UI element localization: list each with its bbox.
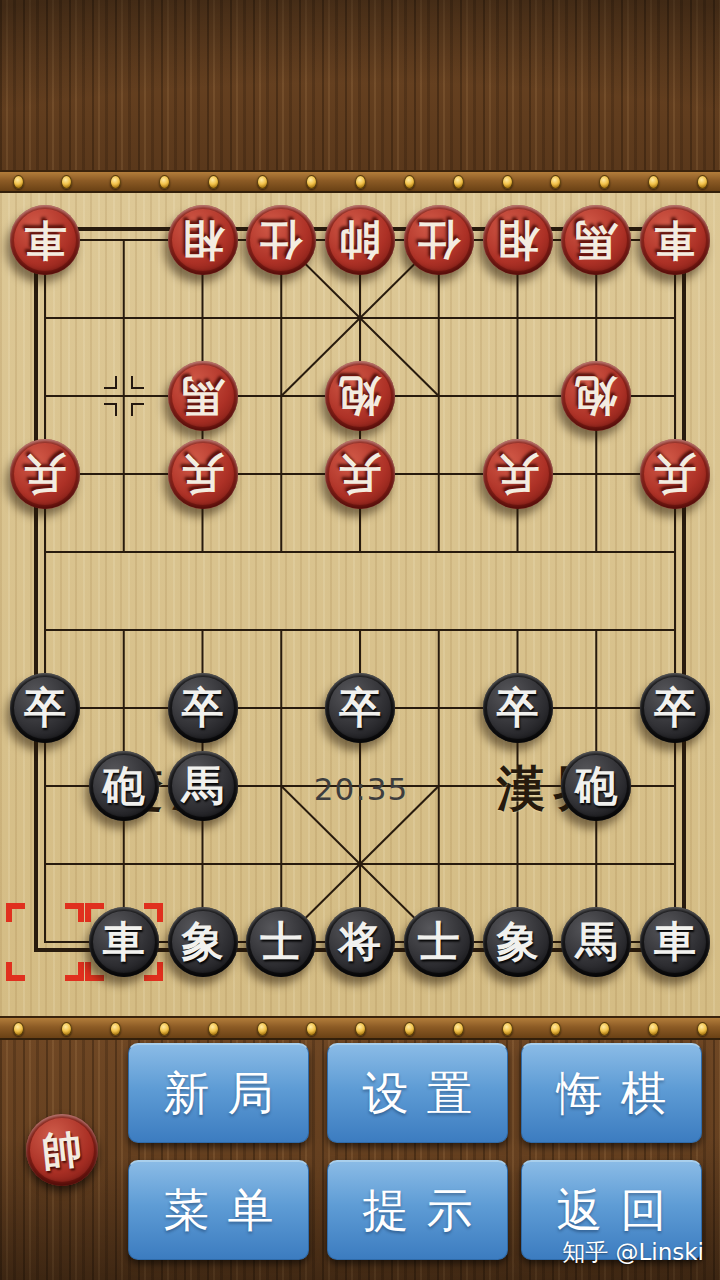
stud-icon <box>13 175 24 189</box>
piece-glyph: 士 <box>260 907 302 977</box>
stud-icon <box>208 1022 219 1036</box>
stud-icon <box>355 175 366 189</box>
piece-glyph: 砲 <box>103 751 145 821</box>
piece-glyph: 砲 <box>575 751 617 821</box>
stud-icon <box>61 1022 72 1036</box>
piece-red-advisor[interactable]: 仕 <box>246 205 316 275</box>
piece-black-horse[interactable]: 馬 <box>561 907 631 977</box>
piece-red-chariot[interactable]: 車 <box>10 205 80 275</box>
button-new-game-label: 新局 <box>146 1063 292 1125</box>
button-undo-label: 悔棋 <box>539 1063 685 1125</box>
red-turn-badge: 帥 <box>26 1114 98 1186</box>
stud-icon <box>159 175 170 189</box>
stud-icon <box>404 1022 415 1036</box>
stud-icon <box>599 175 610 189</box>
stud-icon <box>208 175 219 189</box>
button-settings[interactable]: 设置 <box>327 1043 508 1143</box>
piece-red-elephant[interactable]: 相 <box>168 205 238 275</box>
button-hint-label: 提示 <box>345 1180 491 1242</box>
piece-glyph: 象 <box>497 907 539 977</box>
piece-glyph: 仕 <box>260 205 302 275</box>
stud-icon <box>110 1022 121 1036</box>
piece-glyph: 卒 <box>497 673 539 743</box>
piece-glyph: 車 <box>24 205 66 275</box>
piece-red-horse[interactable]: 馬 <box>168 361 238 431</box>
piece-black-cannon[interactable]: 砲 <box>89 751 159 821</box>
last-move-marker <box>6 903 84 981</box>
button-undo[interactable]: 悔棋 <box>521 1043 702 1143</box>
piece-black-chariot[interactable]: 車 <box>89 907 159 977</box>
watermark: 知乎 @Linski <box>562 1237 704 1268</box>
stud-icon <box>110 175 121 189</box>
piece-glyph: 車 <box>654 205 696 275</box>
piece-glyph: 兵 <box>24 439 66 509</box>
red-general-glyph: 帥 <box>39 1121 85 1180</box>
piece-black-general[interactable]: 将 <box>325 907 395 977</box>
piece-black-pawn[interactable]: 卒 <box>325 673 395 743</box>
piece-black-pawn[interactable]: 卒 <box>483 673 553 743</box>
piece-black-chariot[interactable]: 車 <box>640 907 710 977</box>
button-hint[interactable]: 提示 <box>327 1160 508 1260</box>
piece-red-elephant[interactable]: 相 <box>483 205 553 275</box>
piece-red-pawn[interactable]: 兵 <box>640 439 710 509</box>
piece-glyph: 卒 <box>182 673 224 743</box>
stud-icon <box>697 1022 708 1036</box>
top-trim-strip <box>0 170 720 193</box>
piece-glyph: 相 <box>497 205 539 275</box>
piece-red-pawn[interactable]: 兵 <box>325 439 395 509</box>
piece-red-pawn[interactable]: 兵 <box>10 439 80 509</box>
button-menu-label: 菜单 <box>146 1180 292 1242</box>
piece-glyph: 馬 <box>182 751 224 821</box>
piece-black-pawn[interactable]: 卒 <box>168 673 238 743</box>
xiangqi-board[interactable]: 楚河 20:35 漢界 車相仕帥仕相馬車馬炮炮兵兵兵兵兵卒卒卒卒卒砲馬砲車象士将… <box>0 193 720 1016</box>
xiangqi-app-screen: 楚河 20:35 漢界 車相仕帥仕相馬車馬炮炮兵兵兵兵兵卒卒卒卒卒砲馬砲車象士将… <box>0 0 720 1280</box>
stud-icon <box>550 1022 561 1036</box>
stud-icon <box>306 1022 317 1036</box>
stud-icon <box>159 1022 170 1036</box>
piece-glyph: 卒 <box>24 673 66 743</box>
stud-icon <box>404 175 415 189</box>
piece-glyph: 帥 <box>339 205 381 275</box>
piece-glyph: 相 <box>182 205 224 275</box>
board-point-marker <box>103 375 145 417</box>
piece-glyph: 仕 <box>418 205 460 275</box>
piece-black-advisor[interactable]: 士 <box>246 907 316 977</box>
stud-icon <box>61 175 72 189</box>
stud-icon <box>697 175 708 189</box>
piece-glyph: 士 <box>418 907 460 977</box>
piece-glyph: 車 <box>654 907 696 977</box>
stud-icon <box>648 1022 659 1036</box>
stud-icon <box>550 175 561 189</box>
button-settings-label: 设置 <box>345 1063 491 1125</box>
piece-glyph: 馬 <box>575 907 617 977</box>
piece-black-advisor[interactable]: 士 <box>404 907 474 977</box>
piece-glyph: 炮 <box>339 361 381 431</box>
piece-red-pawn[interactable]: 兵 <box>483 439 553 509</box>
stud-icon <box>453 1022 464 1036</box>
piece-black-elephant[interactable]: 象 <box>483 907 553 977</box>
piece-red-pawn[interactable]: 兵 <box>168 439 238 509</box>
stud-icon <box>13 1022 24 1036</box>
stud-icon <box>502 1022 513 1036</box>
piece-glyph: 兵 <box>654 439 696 509</box>
button-back-label: 返回 <box>539 1180 685 1242</box>
piece-black-pawn[interactable]: 卒 <box>640 673 710 743</box>
piece-glyph: 炮 <box>575 361 617 431</box>
piece-red-general[interactable]: 帥 <box>325 205 395 275</box>
piece-glyph: 馬 <box>182 361 224 431</box>
piece-black-horse[interactable]: 馬 <box>168 751 238 821</box>
piece-glyph: 兵 <box>497 439 539 509</box>
piece-glyph: 卒 <box>339 673 381 743</box>
board-grid <box>0 193 720 1016</box>
stud-icon <box>599 1022 610 1036</box>
piece-black-elephant[interactable]: 象 <box>168 907 238 977</box>
piece-red-advisor[interactable]: 仕 <box>404 205 474 275</box>
top-wood-panel <box>0 0 720 170</box>
stud-icon <box>257 175 268 189</box>
stud-icon <box>648 175 659 189</box>
piece-glyph: 兵 <box>339 439 381 509</box>
piece-black-cannon[interactable]: 砲 <box>561 751 631 821</box>
bottom-trim-strip <box>0 1016 720 1040</box>
piece-red-horse[interactable]: 馬 <box>561 205 631 275</box>
piece-glyph: 卒 <box>654 673 696 743</box>
piece-glyph: 象 <box>182 907 224 977</box>
piece-red-cannon[interactable]: 炮 <box>561 361 631 431</box>
piece-red-cannon[interactable]: 炮 <box>325 361 395 431</box>
piece-red-chariot[interactable]: 車 <box>640 205 710 275</box>
piece-glyph: 馬 <box>575 205 617 275</box>
piece-glyph: 将 <box>339 907 381 977</box>
piece-glyph: 車 <box>103 907 145 977</box>
stud-icon <box>502 175 513 189</box>
piece-glyph: 兵 <box>182 439 224 509</box>
stud-icon <box>306 175 317 189</box>
button-new-game[interactable]: 新局 <box>128 1043 309 1143</box>
stud-icon <box>453 175 464 189</box>
game-timer: 20:35 <box>290 771 432 807</box>
piece-black-pawn[interactable]: 卒 <box>10 673 80 743</box>
stud-icon <box>355 1022 366 1036</box>
button-menu[interactable]: 菜单 <box>128 1160 309 1260</box>
stud-icon <box>257 1022 268 1036</box>
